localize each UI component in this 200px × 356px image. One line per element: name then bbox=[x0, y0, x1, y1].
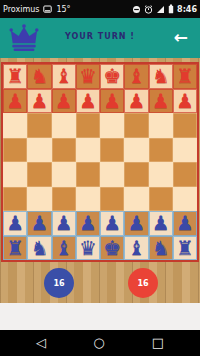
square-b1[interactable]: ♞ bbox=[27, 236, 51, 261]
square-h7[interactable]: ♟ bbox=[173, 89, 197, 114]
piece-red-knight: ♞ bbox=[149, 64, 173, 89]
piece-blue-queen: ♛ bbox=[76, 236, 100, 261]
square-a4[interactable] bbox=[3, 162, 27, 187]
square-d6[interactable] bbox=[76, 113, 100, 138]
piece-blue-rook: ♜ bbox=[173, 236, 197, 261]
piece-blue-rook: ♜ bbox=[3, 236, 27, 261]
square-a6[interactable] bbox=[3, 113, 27, 138]
square-d1[interactable]: ♛ bbox=[76, 236, 100, 261]
square-g7[interactable]: ♟ bbox=[149, 89, 173, 114]
red-count-value: 16 bbox=[137, 279, 148, 288]
square-c2[interactable]: ♟ bbox=[52, 211, 76, 236]
data-saver-icon bbox=[132, 5, 141, 14]
temperature-label: 15° bbox=[56, 5, 70, 14]
piece-blue-king: ♚ bbox=[100, 236, 124, 261]
piece-blue-pawn: ♟ bbox=[76, 211, 100, 236]
square-f2[interactable]: ♟ bbox=[124, 211, 148, 236]
piece-red-pawn: ♟ bbox=[124, 89, 148, 114]
app-header: YOUR TURN ! ← bbox=[0, 18, 200, 58]
square-f4[interactable] bbox=[124, 162, 148, 187]
square-a2[interactable]: ♟ bbox=[3, 211, 27, 236]
square-c6[interactable] bbox=[52, 113, 76, 138]
piece-blue-knight: ♞ bbox=[27, 236, 51, 261]
square-e1[interactable]: ♚ bbox=[100, 236, 124, 261]
square-g2[interactable]: ♟ bbox=[149, 211, 173, 236]
square-e4[interactable] bbox=[100, 162, 124, 187]
square-e5[interactable] bbox=[100, 138, 124, 163]
piece-red-queen: ♛ bbox=[76, 64, 100, 89]
square-g6[interactable] bbox=[149, 113, 173, 138]
square-h4[interactable] bbox=[173, 162, 197, 187]
square-d2[interactable]: ♟ bbox=[76, 211, 100, 236]
turn-status-label: YOUR TURN ! bbox=[0, 32, 200, 41]
piece-red-pawn: ♟ bbox=[76, 89, 100, 114]
square-g1[interactable]: ♞ bbox=[149, 236, 173, 261]
square-e8[interactable]: ♚ bbox=[100, 64, 124, 89]
carrier-label: Proximus bbox=[3, 5, 39, 14]
square-a1[interactable]: ♜ bbox=[3, 236, 27, 261]
piece-red-bishop: ♝ bbox=[124, 64, 148, 89]
square-c1[interactable]: ♝ bbox=[52, 236, 76, 261]
status-bar: Proximus 15° 8:46 bbox=[0, 0, 200, 18]
square-a7[interactable]: ♟ bbox=[3, 89, 27, 114]
square-f6[interactable] bbox=[124, 113, 148, 138]
clock-label: 8:46 bbox=[177, 5, 197, 14]
piece-blue-knight: ♞ bbox=[149, 236, 173, 261]
square-d4[interactable] bbox=[76, 162, 100, 187]
sim-icon bbox=[43, 5, 52, 14]
piece-red-pawn: ♟ bbox=[100, 89, 124, 114]
square-h6[interactable] bbox=[173, 113, 197, 138]
piece-blue-bishop: ♝ bbox=[124, 236, 148, 261]
square-c3[interactable] bbox=[52, 187, 76, 212]
square-c8[interactable]: ♝ bbox=[52, 64, 76, 89]
signal-icon bbox=[156, 5, 165, 14]
piece-red-king: ♚ bbox=[100, 64, 124, 89]
square-d5[interactable] bbox=[76, 138, 100, 163]
square-d8[interactable]: ♛ bbox=[76, 64, 100, 89]
piece-red-pawn: ♟ bbox=[3, 89, 27, 114]
square-d3[interactable] bbox=[76, 187, 100, 212]
nav-back-icon[interactable]: ◁ bbox=[36, 330, 46, 356]
blue-count-value: 16 bbox=[53, 279, 64, 288]
square-b4[interactable] bbox=[27, 162, 51, 187]
piece-blue-pawn: ♟ bbox=[52, 211, 76, 236]
square-f5[interactable] bbox=[124, 138, 148, 163]
square-e2[interactable]: ♟ bbox=[100, 211, 124, 236]
square-f1[interactable]: ♝ bbox=[124, 236, 148, 261]
square-f3[interactable] bbox=[124, 187, 148, 212]
piece-blue-pawn: ♟ bbox=[173, 211, 197, 236]
piece-blue-bishop: ♝ bbox=[52, 236, 76, 261]
square-f8[interactable]: ♝ bbox=[124, 64, 148, 89]
square-e7[interactable]: ♟ bbox=[100, 89, 124, 114]
piece-blue-pawn: ♟ bbox=[149, 211, 173, 236]
square-a3[interactable] bbox=[3, 187, 27, 212]
square-a8[interactable]: ♜ bbox=[3, 64, 27, 89]
piece-red-rook: ♜ bbox=[173, 64, 197, 89]
square-b7[interactable]: ♟ bbox=[27, 89, 51, 114]
square-c5[interactable] bbox=[52, 138, 76, 163]
piece-red-knight: ♞ bbox=[27, 64, 51, 89]
square-h1[interactable]: ♜ bbox=[173, 236, 197, 261]
square-g3[interactable] bbox=[149, 187, 173, 212]
square-b2[interactable]: ♟ bbox=[27, 211, 51, 236]
android-nav-bar: ◁ ○ □ bbox=[0, 330, 200, 356]
piece-blue-pawn: ♟ bbox=[3, 211, 27, 236]
square-h5[interactable] bbox=[173, 138, 197, 163]
piece-red-pawn: ♟ bbox=[27, 89, 51, 114]
square-b3[interactable] bbox=[27, 187, 51, 212]
square-d7[interactable]: ♟ bbox=[76, 89, 100, 114]
square-g5[interactable] bbox=[149, 138, 173, 163]
battery-icon bbox=[168, 4, 174, 14]
piece-red-pawn: ♟ bbox=[52, 89, 76, 114]
piece-blue-pawn: ♟ bbox=[27, 211, 51, 236]
square-h2[interactable]: ♟ bbox=[173, 211, 197, 236]
square-e6[interactable] bbox=[100, 113, 124, 138]
square-b5[interactable] bbox=[27, 138, 51, 163]
square-b8[interactable]: ♞ bbox=[27, 64, 51, 89]
square-g4[interactable] bbox=[149, 162, 173, 187]
square-c4[interactable] bbox=[52, 162, 76, 187]
alarm-icon bbox=[144, 5, 153, 14]
square-c7[interactable]: ♟ bbox=[52, 89, 76, 114]
square-e3[interactable] bbox=[100, 187, 124, 212]
square-g8[interactable]: ♞ bbox=[149, 64, 173, 89]
chess-board[interactable]: ♜♞♝♛♚♝♞♜♟♟♟♟♟♟♟♟♟♟♟♟♟♟♟♟♜♞♝♛♚♝♞♜ bbox=[1, 62, 199, 262]
ad-banner-placeholder bbox=[0, 303, 200, 330]
piece-red-rook: ♜ bbox=[3, 64, 27, 89]
square-a5[interactable] bbox=[3, 138, 27, 163]
red-count-badge: 16 bbox=[128, 268, 158, 298]
square-h3[interactable] bbox=[173, 187, 197, 212]
blue-count-badge: 16 bbox=[44, 268, 74, 298]
nav-home-icon[interactable]: ○ bbox=[93, 330, 104, 356]
piece-blue-pawn: ♟ bbox=[124, 211, 148, 236]
piece-red-pawn: ♟ bbox=[149, 89, 173, 114]
back-arrow-icon[interactable]: ← bbox=[174, 27, 188, 47]
piece-red-pawn: ♟ bbox=[173, 89, 197, 114]
piece-blue-pawn: ♟ bbox=[100, 211, 124, 236]
square-b6[interactable] bbox=[27, 113, 51, 138]
square-h8[interactable]: ♜ bbox=[173, 64, 197, 89]
nav-recents-icon[interactable]: □ bbox=[152, 330, 164, 356]
piece-red-bishop: ♝ bbox=[52, 64, 76, 89]
square-f7[interactable]: ♟ bbox=[124, 89, 148, 114]
